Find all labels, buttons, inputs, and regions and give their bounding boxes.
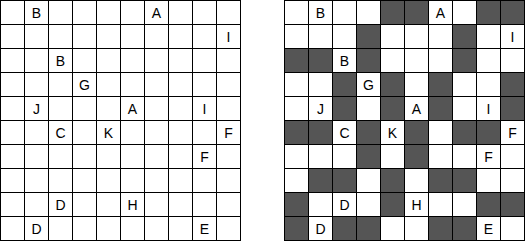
cell-r9c3-shaded	[357, 217, 380, 240]
cell-r3c0	[285, 73, 308, 96]
cell-r4c6[interactable]	[145, 97, 168, 120]
cell-r8c4-shaded	[381, 193, 404, 216]
cell-r9c4	[381, 217, 404, 240]
cell-r7c9	[501, 169, 524, 192]
cell-r2c9	[501, 49, 524, 72]
cell-r1c8[interactable]	[193, 25, 216, 48]
puzzle-board: BAIBGJAICKFFDHDE	[0, 0, 241, 241]
cell-r5c1[interactable]	[25, 121, 48, 144]
cell-r8c3[interactable]	[73, 193, 96, 216]
cell-r4c0[interactable]	[1, 97, 24, 120]
cell-r9c3[interactable]	[73, 217, 96, 240]
cell-r3c8	[477, 73, 500, 96]
cell-r0c3[interactable]	[73, 1, 96, 24]
cell-r8c8[interactable]	[193, 193, 216, 216]
cell-r9c7-shaded	[453, 217, 476, 240]
cell-r4c1-clue-J[interactable]: J	[25, 97, 48, 120]
cell-r1c8	[477, 25, 500, 48]
cell-r6c7[interactable]	[169, 145, 192, 168]
cell-r2c4	[381, 49, 404, 72]
cell-r8c6[interactable]	[145, 193, 168, 216]
cell-r5c5-shaded	[405, 121, 428, 144]
cell-r7c4[interactable]	[97, 169, 120, 192]
cell-r9c5[interactable]	[121, 217, 144, 240]
cell-r8c7	[453, 193, 476, 216]
cell-r6c5[interactable]	[121, 145, 144, 168]
cell-r7c8	[477, 169, 500, 192]
cell-r1c6	[429, 25, 452, 48]
cell-r5c7-shaded	[453, 121, 476, 144]
cell-r2c6[interactable]	[145, 49, 168, 72]
cell-r7c6[interactable]	[145, 169, 168, 192]
cell-r5c8-shaded	[477, 121, 500, 144]
cell-r9c4[interactable]	[97, 217, 120, 240]
cell-r7c3[interactable]	[73, 169, 96, 192]
cell-r4c4-shaded	[381, 97, 404, 120]
cell-r1c5[interactable]	[121, 25, 144, 48]
cell-r7c3	[357, 169, 380, 192]
cell-r6c8-clue-F[interactable]: F	[193, 145, 216, 168]
cell-r2c7-shaded	[453, 49, 476, 72]
cell-r9c6[interactable]	[145, 217, 168, 240]
cell-r4c4[interactable]	[97, 97, 120, 120]
cell-r4c9[interactable]	[217, 97, 240, 120]
cell-r6c8-clue-F: F	[477, 145, 500, 168]
cell-r3c3-clue-G[interactable]: G	[73, 73, 96, 96]
cell-r2c8	[477, 49, 500, 72]
cell-r7c7-shaded	[453, 169, 476, 192]
cell-r5c5[interactable]	[121, 121, 144, 144]
cell-r0c7[interactable]	[169, 1, 192, 24]
cell-r9c2[interactable]	[49, 217, 72, 240]
cell-r6c2[interactable]	[49, 145, 72, 168]
cell-r8c5-clue-H[interactable]: H	[121, 193, 144, 216]
cell-r1c5	[405, 25, 428, 48]
cell-r7c8[interactable]	[193, 169, 216, 192]
cell-r7c1-shaded	[309, 169, 332, 192]
cell-r0c2[interactable]	[49, 1, 72, 24]
cell-r2c9[interactable]	[217, 49, 240, 72]
cell-r3c7[interactable]	[169, 73, 192, 96]
cell-r9c8-clue-E: E	[477, 217, 500, 240]
cell-r2c4[interactable]	[97, 49, 120, 72]
cell-r7c0[interactable]	[1, 169, 24, 192]
cell-r1c7-shaded	[453, 25, 476, 48]
cell-r9c9	[501, 217, 524, 240]
cell-r7c5[interactable]	[121, 169, 144, 192]
cell-r7c2-shaded	[333, 169, 356, 192]
cell-r2c8[interactable]	[193, 49, 216, 72]
cell-r7c9[interactable]	[217, 169, 240, 192]
cell-r1c1	[309, 25, 332, 48]
cell-r4c0	[285, 97, 308, 120]
cell-r8c0-shaded	[285, 193, 308, 216]
cell-r8c2-clue-D: D	[333, 193, 356, 216]
cell-r3c5	[405, 73, 428, 96]
cell-r6c5-shaded	[405, 145, 428, 168]
cell-r1c4	[381, 25, 404, 48]
cell-r6c0	[285, 145, 308, 168]
cell-r4c5-clue-A: A	[405, 97, 428, 120]
cell-r7c1[interactable]	[25, 169, 48, 192]
cell-r2c2-clue-B[interactable]: B	[49, 49, 72, 72]
cell-r0c5-shaded	[405, 1, 428, 24]
cell-r3c3-clue-G: G	[357, 73, 380, 96]
cell-r0c8[interactable]	[193, 1, 216, 24]
cell-r2c5	[405, 49, 428, 72]
cell-r5c3-shaded	[357, 121, 380, 144]
cell-r1c3[interactable]	[73, 25, 96, 48]
cell-r8c0[interactable]	[1, 193, 24, 216]
cell-r3c9[interactable]	[217, 73, 240, 96]
cell-r6c4[interactable]	[97, 145, 120, 168]
cell-r9c7[interactable]	[169, 217, 192, 240]
cell-r0c4-shaded	[381, 1, 404, 24]
cell-r9c0[interactable]	[1, 217, 24, 240]
cell-r0c0	[285, 1, 308, 24]
cell-r5c2-clue-C[interactable]: C	[49, 121, 72, 144]
cell-r3c4-shaded	[381, 73, 404, 96]
cell-r8c3	[357, 193, 380, 216]
cell-r0c6-clue-A[interactable]: A	[145, 1, 168, 24]
cell-r3c2[interactable]	[49, 73, 72, 96]
cell-r4c2[interactable]	[49, 97, 72, 120]
cell-r8c9[interactable]	[217, 193, 240, 216]
cell-r2c0-shaded	[285, 49, 308, 72]
cell-r4c3[interactable]	[73, 97, 96, 120]
cell-r4c5-clue-A[interactable]: A	[121, 97, 144, 120]
cell-r5c6[interactable]	[145, 121, 168, 144]
cell-r1c2[interactable]	[49, 25, 72, 48]
cell-r5c8[interactable]	[193, 121, 216, 144]
cell-r2c1[interactable]	[25, 49, 48, 72]
cell-r3c1	[309, 73, 332, 96]
cell-r3c5[interactable]	[121, 73, 144, 96]
cell-r6c1[interactable]	[25, 145, 48, 168]
cell-r0c1-clue-B: B	[309, 1, 332, 24]
cell-r5c9-clue-F: F	[501, 121, 524, 144]
cell-r2c3-shaded	[357, 49, 380, 72]
cell-r0c7	[453, 1, 476, 24]
cell-r3c8[interactable]	[193, 73, 216, 96]
cell-r6c6[interactable]	[145, 145, 168, 168]
cell-r2c0[interactable]	[1, 49, 24, 72]
cell-r3c1[interactable]	[25, 73, 48, 96]
cell-r7c6-shaded	[429, 169, 452, 192]
cell-r6c7	[453, 145, 476, 168]
solution-board: BAIBGJAICKFFDHDE	[284, 0, 525, 241]
cell-r6c9	[501, 145, 524, 168]
cell-r1c3-shaded	[357, 25, 380, 48]
cell-r5c1-shaded	[309, 121, 332, 144]
cell-r7c4-shaded	[381, 169, 404, 192]
cell-r3c2-shaded	[333, 73, 356, 96]
cell-r1c9-clue-I: I	[501, 25, 524, 48]
cell-r4c2-shaded	[333, 97, 356, 120]
cell-r9c2-shaded	[333, 217, 356, 240]
cell-r4c7	[453, 97, 476, 120]
cell-r0c6-clue-A: A	[429, 1, 452, 24]
cell-r0c9-shaded	[501, 1, 524, 24]
cell-r1c4[interactable]	[97, 25, 120, 48]
cell-r9c1-clue-D[interactable]: D	[25, 217, 48, 240]
cell-r0c9[interactable]	[217, 1, 240, 24]
cell-r9c6-shaded	[429, 217, 452, 240]
cell-r9c8-clue-E[interactable]: E	[193, 217, 216, 240]
cell-r5c7[interactable]	[169, 121, 192, 144]
cell-r6c4	[381, 145, 404, 168]
cell-r7c7[interactable]	[169, 169, 192, 192]
cell-r3c0[interactable]	[1, 73, 24, 96]
cell-r5c3[interactable]	[73, 121, 96, 144]
cell-r7c0	[285, 169, 308, 192]
cell-r4c1-clue-J: J	[309, 97, 332, 120]
cell-r4c3	[357, 97, 380, 120]
cell-r0c0[interactable]	[1, 1, 24, 24]
cell-r3c6-shaded	[429, 73, 452, 96]
cell-r4c7[interactable]	[169, 97, 192, 120]
cell-r8c9-shaded	[501, 193, 524, 216]
cell-r8c8-shaded	[477, 193, 500, 216]
cell-r2c1-shaded	[309, 49, 332, 72]
cell-r8c4[interactable]	[97, 193, 120, 216]
cell-r4c6-shaded	[429, 97, 452, 120]
cell-r9c1-clue-D: D	[309, 217, 332, 240]
cell-r0c1-clue-B[interactable]: B	[25, 1, 48, 24]
cell-r1c6[interactable]	[145, 25, 168, 48]
cell-r9c9[interactable]	[217, 217, 240, 240]
cell-r6c1	[309, 145, 332, 168]
cell-r1c9-clue-I[interactable]: I	[217, 25, 240, 48]
cell-r6c6	[429, 145, 452, 168]
cell-r2c7[interactable]	[169, 49, 192, 72]
cell-r1c0	[285, 25, 308, 48]
cell-r8c7[interactable]	[169, 193, 192, 216]
cell-r1c7[interactable]	[169, 25, 192, 48]
cell-r4c8-clue-I[interactable]: I	[193, 97, 216, 120]
cell-r9c0-shaded	[285, 217, 308, 240]
cell-r8c1[interactable]	[25, 193, 48, 216]
cell-r1c1[interactable]	[25, 25, 48, 48]
cell-r3c4[interactable]	[97, 73, 120, 96]
cell-r0c8-shaded	[477, 1, 500, 24]
cell-r5c6	[429, 121, 452, 144]
cell-r1c2	[333, 25, 356, 48]
cell-r2c2-clue-B: B	[333, 49, 356, 72]
cell-r4c8-clue-I: I	[477, 97, 500, 120]
cell-r5c4-clue-K: K	[381, 121, 404, 144]
cell-r8c2-clue-D[interactable]: D	[49, 193, 72, 216]
cell-r2c6	[429, 49, 452, 72]
cell-r0c3	[357, 1, 380, 24]
cell-r5c9-clue-F[interactable]: F	[217, 121, 240, 144]
cell-r7c2[interactable]	[49, 169, 72, 192]
cell-r5c4-clue-K[interactable]: K	[97, 121, 120, 144]
cell-r4c9-shaded	[501, 97, 524, 120]
cell-r0c2	[333, 1, 356, 24]
cell-r5c0[interactable]	[1, 121, 24, 144]
cell-r6c3-shaded	[357, 145, 380, 168]
cell-r8c5-clue-H: H	[405, 193, 428, 216]
cell-r0c4[interactable]	[97, 1, 120, 24]
cell-r6c3[interactable]	[73, 145, 96, 168]
cell-r1c0[interactable]	[1, 25, 24, 48]
cell-r3c7	[453, 73, 476, 96]
cell-r2c3[interactable]	[73, 49, 96, 72]
cell-r3c6[interactable]	[145, 73, 168, 96]
cell-r2c5[interactable]	[121, 49, 144, 72]
cell-r8c6	[429, 193, 452, 216]
cell-r6c0[interactable]	[1, 145, 24, 168]
cell-r7c5	[405, 169, 428, 192]
cell-r8c1	[309, 193, 332, 216]
cell-r0c5[interactable]	[121, 1, 144, 24]
cell-r6c2	[333, 145, 356, 168]
cell-r5c0-shaded	[285, 121, 308, 144]
cell-r6c9[interactable]	[217, 145, 240, 168]
cell-r9c5	[405, 217, 428, 240]
cell-r5c2-clue-C: C	[333, 121, 356, 144]
cell-r3c9-shaded	[501, 73, 524, 96]
